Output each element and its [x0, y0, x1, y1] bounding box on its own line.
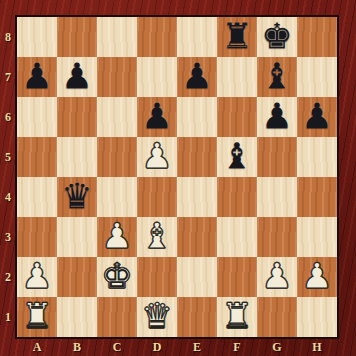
white-pawn[interactable]: ♟	[301, 259, 332, 294]
square-b2[interactable]	[57, 257, 97, 297]
square-g2[interactable]: ♟	[257, 257, 297, 297]
square-g1[interactable]	[257, 297, 297, 337]
white-queen[interactable]: ♛	[141, 299, 172, 334]
rank-label-2: 2	[0, 257, 16, 297]
square-a4[interactable]	[17, 177, 57, 217]
black-pawn[interactable]: ♟	[61, 59, 92, 94]
square-e4[interactable]	[177, 177, 217, 217]
black-bishop[interactable]: ♝	[261, 59, 292, 94]
rank-label-8: 8	[0, 17, 16, 57]
square-e6[interactable]	[177, 97, 217, 137]
square-d8[interactable]	[137, 17, 177, 57]
square-h3[interactable]	[297, 217, 337, 257]
square-g3[interactable]	[257, 217, 297, 257]
file-label-a: A	[17, 339, 57, 356]
white-pawn[interactable]: ♟	[21, 259, 52, 294]
white-bishop[interactable]: ♝	[141, 219, 172, 254]
square-c7[interactable]	[97, 57, 137, 97]
square-e1[interactable]	[177, 297, 217, 337]
square-c2[interactable]: ♚	[97, 257, 137, 297]
square-d2[interactable]	[137, 257, 177, 297]
square-c1[interactable]	[97, 297, 137, 337]
white-pawn[interactable]: ♟	[101, 219, 132, 254]
square-d3[interactable]: ♝	[137, 217, 177, 257]
file-label-g: G	[257, 339, 297, 356]
square-c4[interactable]	[97, 177, 137, 217]
black-bishop[interactable]: ♝	[221, 139, 252, 174]
square-h5[interactable]	[297, 137, 337, 177]
rank-label-7: 7	[0, 57, 16, 97]
square-c8[interactable]	[97, 17, 137, 57]
square-h6[interactable]: ♟	[297, 97, 337, 137]
square-f1[interactable]: ♜	[217, 297, 257, 337]
file-label-b: B	[57, 339, 97, 356]
square-a6[interactable]	[17, 97, 57, 137]
square-h1[interactable]	[297, 297, 337, 337]
white-king[interactable]: ♚	[101, 259, 132, 294]
square-f3[interactable]	[217, 217, 257, 257]
rank-label-5: 5	[0, 137, 16, 177]
black-pawn[interactable]: ♟	[141, 99, 172, 134]
file-label-e: E	[177, 339, 217, 356]
white-pawn[interactable]: ♟	[261, 259, 292, 294]
square-a7[interactable]: ♟	[17, 57, 57, 97]
square-g4[interactable]	[257, 177, 297, 217]
square-f7[interactable]	[217, 57, 257, 97]
square-d6[interactable]: ♟	[137, 97, 177, 137]
square-h7[interactable]	[297, 57, 337, 97]
square-b7[interactable]: ♟	[57, 57, 97, 97]
black-pawn[interactable]: ♟	[261, 99, 292, 134]
square-b5[interactable]	[57, 137, 97, 177]
file-label-h: H	[297, 339, 337, 356]
black-rook[interactable]: ♜	[221, 19, 252, 54]
rank-label-6: 6	[0, 97, 16, 137]
square-g6[interactable]: ♟	[257, 97, 297, 137]
file-label-f: F	[217, 339, 257, 356]
square-d5[interactable]: ♟	[137, 137, 177, 177]
square-a1[interactable]: ♜	[17, 297, 57, 337]
square-a2[interactable]: ♟	[17, 257, 57, 297]
square-f8[interactable]: ♜	[217, 17, 257, 57]
square-g7[interactable]: ♝	[257, 57, 297, 97]
square-c5[interactable]	[97, 137, 137, 177]
square-a3[interactable]	[17, 217, 57, 257]
white-rook[interactable]: ♜	[221, 299, 252, 334]
rank-label-3: 3	[0, 217, 16, 257]
white-pawn[interactable]: ♟	[141, 139, 172, 174]
chess-board: ♜♚♟♟♟♝♟♟♟♟♝♛♟♝♟♚♟♟♜♛♜	[17, 17, 337, 337]
square-f2[interactable]	[217, 257, 257, 297]
square-b3[interactable]	[57, 217, 97, 257]
square-f6[interactable]	[217, 97, 257, 137]
square-e2[interactable]	[177, 257, 217, 297]
file-label-d: D	[137, 339, 177, 356]
square-a5[interactable]	[17, 137, 57, 177]
square-e5[interactable]	[177, 137, 217, 177]
square-h4[interactable]	[297, 177, 337, 217]
square-h2[interactable]: ♟	[297, 257, 337, 297]
square-b8[interactable]	[57, 17, 97, 57]
square-d1[interactable]: ♛	[137, 297, 177, 337]
square-e8[interactable]	[177, 17, 217, 57]
square-d4[interactable]	[137, 177, 177, 217]
rank-label-1: 1	[0, 297, 16, 337]
white-rook[interactable]: ♜	[21, 299, 52, 334]
square-b4[interactable]: ♛	[57, 177, 97, 217]
square-g5[interactable]	[257, 137, 297, 177]
square-d7[interactable]	[137, 57, 177, 97]
black-king[interactable]: ♚	[261, 19, 292, 54]
square-b6[interactable]	[57, 97, 97, 137]
square-e7[interactable]: ♟	[177, 57, 217, 97]
black-pawn[interactable]: ♟	[21, 59, 52, 94]
black-pawn[interactable]: ♟	[181, 59, 212, 94]
black-queen[interactable]: ♛	[61, 179, 92, 214]
square-c6[interactable]	[97, 97, 137, 137]
rank-label-4: 4	[0, 177, 16, 217]
black-pawn[interactable]: ♟	[301, 99, 332, 134]
square-g8[interactable]: ♚	[257, 17, 297, 57]
file-label-c: C	[97, 339, 137, 356]
chess-board-frame: ♜♚♟♟♟♝♟♟♟♟♝♛♟♝♟♚♟♟♜♛♜ 87654321 ABCDEFGH	[0, 0, 356, 356]
square-c3[interactable]: ♟	[97, 217, 137, 257]
square-a8[interactable]	[17, 17, 57, 57]
square-f5[interactable]: ♝	[217, 137, 257, 177]
square-e3[interactable]	[177, 217, 217, 257]
square-b1[interactable]	[57, 297, 97, 337]
square-f4[interactable]	[217, 177, 257, 217]
square-h8[interactable]	[297, 17, 337, 57]
